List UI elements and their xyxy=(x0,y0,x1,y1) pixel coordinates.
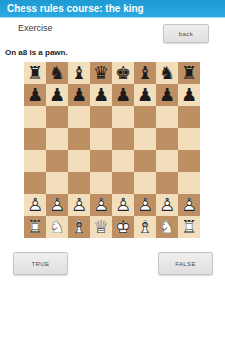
square-c1: ♝♗ xyxy=(68,216,90,238)
black-pawn-piece: ♟ xyxy=(90,84,112,106)
square-g1: ♞♘ xyxy=(156,216,178,238)
square-c6 xyxy=(68,106,90,128)
square-d1: ♛♕ xyxy=(90,216,112,238)
square-b8: ♞ xyxy=(46,62,68,84)
white-pawn-piece: ♙ xyxy=(134,194,156,216)
back-button[interactable]: back xyxy=(163,24,209,43)
black-knight-piece: ♞ xyxy=(156,62,178,84)
square-c5 xyxy=(68,128,90,150)
square-g8: ♞ xyxy=(156,62,178,84)
square-f7: ♟ xyxy=(134,84,156,106)
question-text: On a8 is a pawn. xyxy=(5,48,68,57)
white-pawn-piece: ♙ xyxy=(46,194,68,216)
black-bishop-piece: ♝ xyxy=(134,62,156,84)
square-e6 xyxy=(112,106,134,128)
square-a8: ♜ xyxy=(24,62,46,84)
square-g2: ♟♙ xyxy=(156,194,178,216)
square-g7: ♟ xyxy=(156,84,178,106)
app-title: Chess rules course: the king xyxy=(0,3,144,14)
square-a3 xyxy=(24,172,46,194)
white-rook-piece: ♖ xyxy=(178,216,200,238)
square-e5 xyxy=(112,128,134,150)
white-bishop-piece: ♗ xyxy=(134,216,156,238)
white-knight-piece: ♘ xyxy=(46,216,68,238)
square-c3 xyxy=(68,172,90,194)
black-pawn-piece: ♟ xyxy=(178,84,200,106)
square-h8: ♜ xyxy=(178,62,200,84)
square-b7: ♟ xyxy=(46,84,68,106)
title-bar: Chess rules course: the king xyxy=(0,0,225,18)
square-b5 xyxy=(46,128,68,150)
square-g5 xyxy=(156,128,178,150)
black-knight-piece: ♞ xyxy=(46,62,68,84)
square-b1: ♞♘ xyxy=(46,216,68,238)
square-a6 xyxy=(24,106,46,128)
square-f3 xyxy=(134,172,156,194)
black-king-piece: ♚ xyxy=(112,62,134,84)
square-a7: ♟ xyxy=(24,84,46,106)
black-pawn-piece: ♟ xyxy=(134,84,156,106)
square-h1: ♜♖ xyxy=(178,216,200,238)
square-d3 xyxy=(90,172,112,194)
square-d4 xyxy=(90,150,112,172)
white-pawn-piece: ♙ xyxy=(68,194,90,216)
square-d2: ♟♙ xyxy=(90,194,112,216)
white-pawn-piece: ♙ xyxy=(156,194,178,216)
square-h6 xyxy=(178,106,200,128)
square-d7: ♟ xyxy=(90,84,112,106)
square-e7: ♟ xyxy=(112,84,134,106)
square-d5 xyxy=(90,128,112,150)
true-button[interactable]: TRUE xyxy=(13,252,68,275)
white-queen-piece: ♕ xyxy=(90,216,112,238)
white-bishop-piece: ♗ xyxy=(68,216,90,238)
black-bishop-piece: ♝ xyxy=(68,62,90,84)
square-c7: ♟ xyxy=(68,84,90,106)
black-rook-piece: ♜ xyxy=(178,62,200,84)
false-button[interactable]: FALSE xyxy=(158,252,213,275)
square-g6 xyxy=(156,106,178,128)
white-pawn-piece: ♙ xyxy=(90,194,112,216)
square-e2: ♟♙ xyxy=(112,194,134,216)
square-h7: ♟ xyxy=(178,84,200,106)
black-pawn-piece: ♟ xyxy=(156,84,178,106)
square-c4 xyxy=(68,150,90,172)
white-king-piece: ♔ xyxy=(112,216,134,238)
white-knight-piece: ♘ xyxy=(156,216,178,238)
black-pawn-piece: ♟ xyxy=(24,84,46,106)
square-e8: ♚ xyxy=(112,62,134,84)
square-b4 xyxy=(46,150,68,172)
white-rook-piece: ♖ xyxy=(24,216,46,238)
square-h2: ♟♙ xyxy=(178,194,200,216)
square-g3 xyxy=(156,172,178,194)
square-a5 xyxy=(24,128,46,150)
black-pawn-piece: ♟ xyxy=(68,84,90,106)
white-pawn-piece: ♙ xyxy=(178,194,200,216)
exercise-label: Exercise xyxy=(18,23,53,33)
black-pawn-piece: ♟ xyxy=(46,84,68,106)
square-f6 xyxy=(134,106,156,128)
black-pawn-piece: ♟ xyxy=(112,84,134,106)
square-a1: ♜♖ xyxy=(24,216,46,238)
square-f1: ♝♗ xyxy=(134,216,156,238)
square-d8: ♛ xyxy=(90,62,112,84)
square-f4 xyxy=(134,150,156,172)
square-c2: ♟♙ xyxy=(68,194,90,216)
square-h5 xyxy=(178,128,200,150)
black-rook-piece: ♜ xyxy=(24,62,46,84)
square-h4 xyxy=(178,150,200,172)
white-pawn-piece: ♙ xyxy=(112,194,134,216)
square-e3 xyxy=(112,172,134,194)
square-f8: ♝ xyxy=(134,62,156,84)
black-queen-piece: ♛ xyxy=(90,62,112,84)
chess-board: ♜♞♝♛♚♝♞♜♟♟♟♟♟♟♟♟♟♙♟♙♟♙♟♙♟♙♟♙♟♙♟♙♜♖♞♘♝♗♛♕… xyxy=(24,62,200,238)
square-a2: ♟♙ xyxy=(24,194,46,216)
square-a4 xyxy=(24,150,46,172)
square-d6 xyxy=(90,106,112,128)
square-b3 xyxy=(46,172,68,194)
square-f5 xyxy=(134,128,156,150)
square-h3 xyxy=(178,172,200,194)
square-f2: ♟♙ xyxy=(134,194,156,216)
square-c8: ♝ xyxy=(68,62,90,84)
square-g4 xyxy=(156,150,178,172)
square-e4 xyxy=(112,150,134,172)
white-pawn-piece: ♙ xyxy=(24,194,46,216)
square-e1: ♚♔ xyxy=(112,216,134,238)
square-b6 xyxy=(46,106,68,128)
square-b2: ♟♙ xyxy=(46,194,68,216)
